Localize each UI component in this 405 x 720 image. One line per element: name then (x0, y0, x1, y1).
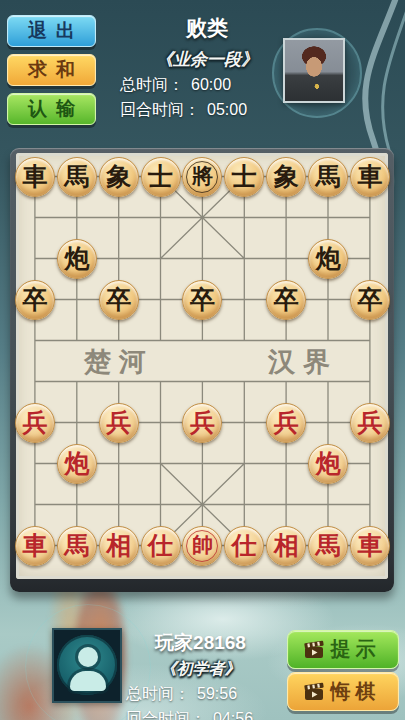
red-piece-k-4-9[interactable]: 帥 (182, 526, 222, 566)
board-point-1-0: 馬 (56, 156, 98, 197)
opponent-total-timer: 总时间：60:00 (112, 75, 302, 96)
total-time-label: 总时间： (126, 685, 190, 702)
total-time-label: 总时间： (120, 76, 184, 93)
board-point-8-0: 車 (349, 156, 391, 197)
person-icon (78, 647, 98, 667)
player-total-timer: 总时间：59:56 (118, 684, 283, 705)
red-piece-a-5-9[interactable]: 仕 (224, 526, 264, 566)
turn-time-label: 回合时间： (120, 101, 200, 118)
player-name: 玩家28168 (118, 630, 283, 656)
undo-button[interactable]: 悔棋 (287, 672, 399, 711)
red-piece-c-1-7[interactable]: 炮 (57, 444, 97, 484)
board-point-4-0: 將 (182, 156, 224, 197)
board-point-4-3: 卒 (182, 279, 224, 320)
black-piece-r-0-0[interactable]: 車 (15, 157, 55, 197)
red-piece-n-7-9[interactable]: 馬 (308, 526, 348, 566)
board-point-2-3: 卒 (98, 279, 140, 320)
red-piece-r-0-9[interactable]: 車 (15, 526, 55, 566)
board-point-6-9: 相 (265, 525, 307, 566)
player-avatar[interactable] (52, 628, 122, 703)
clapperboard-icon (304, 640, 325, 659)
board-point-6-6: 兵 (265, 402, 307, 443)
red-piece-p-4-6[interactable]: 兵 (182, 403, 222, 443)
black-piece-a-3-0[interactable]: 士 (141, 157, 181, 197)
board-point-7-7: 炮 (307, 443, 349, 484)
red-piece-p-6-6[interactable]: 兵 (266, 403, 306, 443)
board-point-2-9: 相 (98, 525, 140, 566)
hint-button-label: 提示 (331, 636, 381, 663)
resign-button[interactable]: 认输 (7, 93, 96, 125)
board-point-3-9: 仕 (140, 525, 182, 566)
black-piece-n-1-0[interactable]: 馬 (57, 157, 97, 197)
opponent-turn-timer: 回合时间：05:00 (112, 100, 302, 121)
board-frame: 楚河 汉界 車馬象士將士象馬車炮炮卒卒卒卒卒兵兵兵兵兵炮炮車馬相仕帥仕相馬車 (10, 148, 394, 592)
board-point-0-9: 車 (14, 525, 56, 566)
board-point-8-3: 卒 (349, 279, 391, 320)
turn-time-label: 回合时间： (126, 710, 206, 720)
black-piece-a-5-0[interactable]: 士 (224, 157, 264, 197)
opponent-name: 败类 (112, 14, 302, 42)
turn-time-value: 05:00 (207, 101, 247, 118)
draw-offer-button[interactable]: 求和 (7, 54, 96, 86)
black-piece-b-2-0[interactable]: 象 (99, 157, 139, 197)
black-piece-c-7-2[interactable]: 炮 (308, 239, 348, 279)
board-surface: 楚河 汉界 車馬象士將士象馬車炮炮卒卒卒卒卒兵兵兵兵兵炮炮車馬相仕帥仕相馬車 (16, 153, 388, 579)
board-point-3-0: 士 (140, 156, 182, 197)
black-piece-p-4-3[interactable]: 卒 (182, 280, 222, 320)
black-piece-c-1-2[interactable]: 炮 (57, 239, 97, 279)
red-piece-n-1-9[interactable]: 馬 (57, 526, 97, 566)
board-point-8-9: 車 (349, 525, 391, 566)
black-piece-k-4-0[interactable]: 將 (182, 157, 222, 197)
board-point-2-0: 象 (98, 156, 140, 197)
board-point-6-3: 卒 (265, 279, 307, 320)
total-time-value: 60:00 (191, 76, 231, 93)
red-piece-a-3-9[interactable]: 仕 (141, 526, 181, 566)
opponent-panel: 败类 《业余一段》 总时间：60:00 回合时间：05:00 (112, 14, 302, 121)
black-piece-n-7-0[interactable]: 馬 (308, 157, 348, 197)
player-turn-timer: 回合时间：04:56 (118, 709, 283, 720)
board-point-4-6: 兵 (182, 402, 224, 443)
board-point-1-9: 馬 (56, 525, 98, 566)
board-point-6-0: 象 (265, 156, 307, 197)
hint-button[interactable]: 提示 (287, 630, 399, 669)
total-time-value: 59:56 (197, 685, 237, 702)
board-point-8-6: 兵 (349, 402, 391, 443)
black-piece-p-0-3[interactable]: 卒 (15, 280, 55, 320)
red-piece-b-6-9[interactable]: 相 (266, 526, 306, 566)
board-point-4-9: 帥 (182, 525, 224, 566)
board-point-0-0: 車 (14, 156, 56, 197)
board-point-7-0: 馬 (307, 156, 349, 197)
opponent-avatar[interactable] (283, 38, 345, 103)
person-icon-torso (70, 671, 106, 691)
board-point-0-6: 兵 (14, 402, 56, 443)
piece-grid: 車馬象士將士象馬車炮炮卒卒卒卒卒兵兵兵兵兵炮炮車馬相仕帥仕相馬車 (14, 156, 391, 566)
red-piece-p-8-6[interactable]: 兵 (350, 403, 390, 443)
board-point-1-7: 炮 (56, 443, 98, 484)
black-piece-b-6-0[interactable]: 象 (266, 157, 306, 197)
opponent-rank-badge: 《业余一段》 (112, 48, 302, 71)
undo-button-label: 悔棋 (331, 678, 381, 705)
exit-button[interactable]: 退出 (7, 15, 96, 47)
turn-time-value: 04:56 (213, 710, 253, 720)
red-piece-r-8-9[interactable]: 車 (350, 526, 390, 566)
red-piece-p-2-6[interactable]: 兵 (99, 403, 139, 443)
clapperboard-icon (304, 682, 325, 701)
board[interactable]: 楚河 汉界 車馬象士將士象馬車炮炮卒卒卒卒卒兵兵兵兵兵炮炮車馬相仕帥仕相馬車 (14, 156, 391, 566)
board-point-5-9: 仕 (223, 525, 265, 566)
black-piece-p-8-3[interactable]: 卒 (350, 280, 390, 320)
board-point-7-2: 炮 (307, 238, 349, 279)
player-rank-badge: 《初学者》 (118, 659, 283, 680)
board-point-0-3: 卒 (14, 279, 56, 320)
red-piece-p-0-6[interactable]: 兵 (15, 403, 55, 443)
red-piece-c-7-7[interactable]: 炮 (308, 444, 348, 484)
board-point-5-0: 士 (223, 156, 265, 197)
app-root: 退出 求和 认输 败类 《业余一段》 总时间：60:00 回合时间：05:00 … (0, 0, 405, 720)
black-piece-p-6-3[interactable]: 卒 (266, 280, 306, 320)
player-panel: 玩家28168 《初学者》 总时间：59:56 回合时间：04:56 (118, 630, 283, 720)
board-point-1-2: 炮 (56, 238, 98, 279)
board-point-7-9: 馬 (307, 525, 349, 566)
board-point-2-6: 兵 (98, 402, 140, 443)
black-piece-p-2-3[interactable]: 卒 (99, 280, 139, 320)
red-piece-b-2-9[interactable]: 相 (99, 526, 139, 566)
black-piece-r-8-0[interactable]: 車 (350, 157, 390, 197)
